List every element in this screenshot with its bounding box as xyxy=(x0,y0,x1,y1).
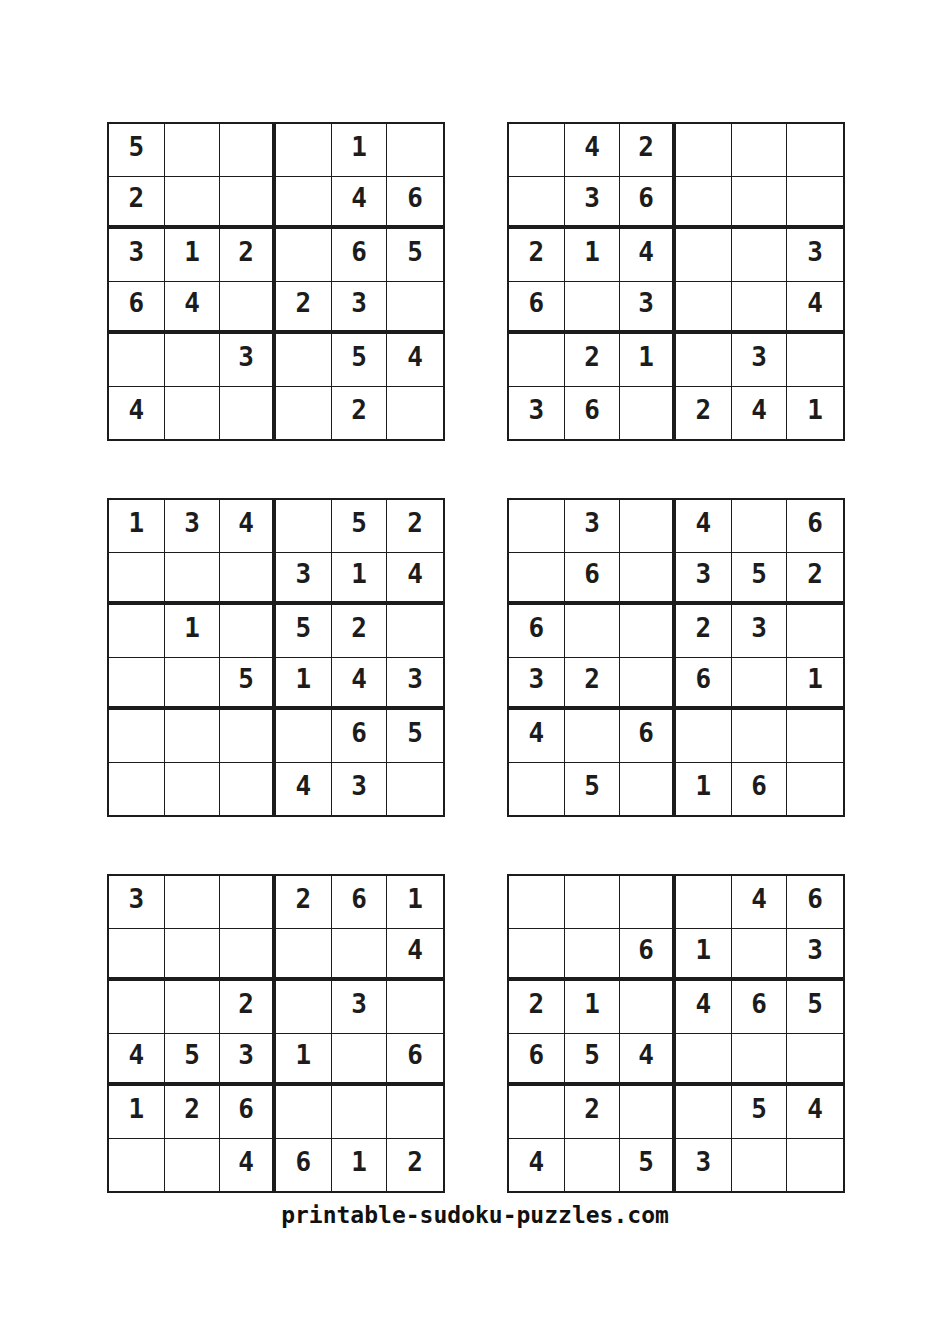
cell-r2c3: 6 xyxy=(620,929,676,982)
cell-r4c3 xyxy=(620,658,676,711)
cell-r3c5: 6 xyxy=(332,229,388,282)
cell-r1c5: 4 xyxy=(732,876,788,929)
cell-r6c2: 6 xyxy=(565,387,621,440)
cell-r2c2: 3 xyxy=(565,177,621,230)
cell-r5c6 xyxy=(787,710,843,763)
cell-r2c3 xyxy=(620,553,676,606)
cell-r6c4: 3 xyxy=(676,1139,732,1192)
cell-r3c4 xyxy=(276,981,332,1034)
cell-r4c5 xyxy=(732,658,788,711)
cell-r5c4 xyxy=(276,1086,332,1139)
cell-r6c6: 2 xyxy=(387,1139,443,1192)
cell-r2c1: 2 xyxy=(109,177,165,230)
cell-r3c5: 2 xyxy=(332,605,388,658)
cell-r4c3: 3 xyxy=(220,1034,276,1087)
cell-r3c4: 4 xyxy=(676,981,732,1034)
cell-r6c5 xyxy=(732,1139,788,1192)
cell-r5c2 xyxy=(165,334,221,387)
cell-r4c1: 6 xyxy=(509,1034,565,1087)
cell-r5c4 xyxy=(676,1086,732,1139)
cell-r1c4: 2 xyxy=(276,876,332,929)
cell-r3c6: 5 xyxy=(387,229,443,282)
cell-r2c3 xyxy=(220,929,276,982)
printable-sudoku-sheet: 5124631265642335442 4236214363421336241 … xyxy=(0,0,950,1344)
cell-r5c2: 2 xyxy=(165,1086,221,1139)
cell-r3c3: 4 xyxy=(620,229,676,282)
cell-r6c3: 4 xyxy=(220,1139,276,1192)
puzzle-4: 3466352623326146516 xyxy=(507,498,845,817)
cell-r5c4 xyxy=(276,334,332,387)
puzzle-6: 4661321465654254453 xyxy=(507,874,845,1193)
cell-r6c1: 4 xyxy=(109,387,165,440)
cell-r1c4: 4 xyxy=(676,500,732,553)
cell-r6c6 xyxy=(387,763,443,816)
cell-r2c2 xyxy=(565,929,621,982)
cell-r5c3: 6 xyxy=(620,710,676,763)
cell-r6c1: 4 xyxy=(509,1139,565,1192)
cell-r5c2 xyxy=(565,710,621,763)
cell-r1c6 xyxy=(387,124,443,177)
cell-r1c5: 6 xyxy=(332,876,388,929)
cell-r3c1: 2 xyxy=(509,981,565,1034)
cell-r1c6 xyxy=(787,124,843,177)
cell-r2c5: 4 xyxy=(332,177,388,230)
cell-r2c3: 6 xyxy=(620,177,676,230)
cell-r1c1: 3 xyxy=(109,876,165,929)
cell-r1c5 xyxy=(732,124,788,177)
cell-r5c5 xyxy=(332,1086,388,1139)
cell-r4c6: 1 xyxy=(787,658,843,711)
cell-r2c5: 5 xyxy=(732,553,788,606)
cell-r2c5 xyxy=(732,929,788,982)
cell-r1c5: 1 xyxy=(332,124,388,177)
cell-r3c2 xyxy=(565,605,621,658)
cell-r4c3 xyxy=(220,282,276,335)
puzzle-grid-layout: 5124631265642335442 4236214363421336241 … xyxy=(107,122,845,1193)
cell-r5c6: 5 xyxy=(387,710,443,763)
cell-r4c1: 3 xyxy=(509,658,565,711)
cell-r3c1: 6 xyxy=(509,605,565,658)
cell-r1c4 xyxy=(276,124,332,177)
cell-r4c6: 3 xyxy=(387,658,443,711)
cell-r4c6 xyxy=(787,1034,843,1087)
cell-r1c1 xyxy=(509,876,565,929)
cell-r2c2 xyxy=(165,177,221,230)
cell-r5c2 xyxy=(165,710,221,763)
puzzle-5: 3261423453161264612 xyxy=(107,874,445,1193)
cell-r6c6 xyxy=(387,387,443,440)
cell-r6c3 xyxy=(620,763,676,816)
cell-r2c6: 4 xyxy=(387,929,443,982)
cell-r1c4 xyxy=(276,500,332,553)
cell-r6c5: 3 xyxy=(332,763,388,816)
cell-r3c4: 2 xyxy=(676,605,732,658)
cell-r4c6: 4 xyxy=(787,282,843,335)
cell-r4c5: 4 xyxy=(332,658,388,711)
cell-r2c3 xyxy=(220,177,276,230)
cell-r6c1 xyxy=(109,763,165,816)
cell-r3c2: 1 xyxy=(165,605,221,658)
cell-r1c2: 4 xyxy=(565,124,621,177)
cell-r3c6: 3 xyxy=(787,229,843,282)
cell-r6c3: 5 xyxy=(620,1139,676,1192)
cell-r3c1: 2 xyxy=(509,229,565,282)
cell-r5c1 xyxy=(109,334,165,387)
cell-r6c3 xyxy=(220,387,276,440)
cell-r2c6: 3 xyxy=(787,929,843,982)
cell-r4c3: 3 xyxy=(620,282,676,335)
cell-r1c4 xyxy=(676,124,732,177)
cell-r4c1: 6 xyxy=(109,282,165,335)
cell-r5c1 xyxy=(509,334,565,387)
cell-r1c1: 1 xyxy=(109,500,165,553)
cell-r6c4: 6 xyxy=(276,1139,332,1192)
cell-r1c5 xyxy=(732,500,788,553)
cell-r5c4 xyxy=(276,710,332,763)
cell-r3c3 xyxy=(220,605,276,658)
cell-r2c4: 1 xyxy=(676,929,732,982)
cell-r6c5: 2 xyxy=(332,387,388,440)
cell-r6c3 xyxy=(220,763,276,816)
cell-r2c4: 3 xyxy=(276,553,332,606)
cell-r1c3 xyxy=(620,500,676,553)
cell-r2c4 xyxy=(276,177,332,230)
cell-r5c4 xyxy=(676,334,732,387)
cell-r4c3: 5 xyxy=(220,658,276,711)
cell-r5c6 xyxy=(787,334,843,387)
cell-r2c1 xyxy=(109,929,165,982)
cell-r4c1: 6 xyxy=(509,282,565,335)
cell-r2c1 xyxy=(509,929,565,982)
cell-r3c5: 3 xyxy=(332,981,388,1034)
cell-r5c3: 1 xyxy=(620,334,676,387)
cell-r6c6 xyxy=(787,763,843,816)
cell-r5c2: 2 xyxy=(565,334,621,387)
cell-r1c2 xyxy=(565,876,621,929)
cell-r3c5: 3 xyxy=(732,605,788,658)
cell-r3c3: 2 xyxy=(220,981,276,1034)
cell-r3c3: 2 xyxy=(220,229,276,282)
cell-r5c1: 1 xyxy=(109,1086,165,1139)
cell-r5c1 xyxy=(109,710,165,763)
cell-r3c6 xyxy=(387,605,443,658)
cell-r5c5: 5 xyxy=(332,334,388,387)
cell-r2c6: 6 xyxy=(387,177,443,230)
cell-r4c4: 1 xyxy=(276,658,332,711)
cell-r4c2 xyxy=(565,282,621,335)
cell-r1c3 xyxy=(220,876,276,929)
cell-r4c2: 2 xyxy=(565,658,621,711)
cell-r1c3: 4 xyxy=(220,500,276,553)
cell-r1c2 xyxy=(165,124,221,177)
cell-r6c1 xyxy=(109,1139,165,1192)
cell-r3c1 xyxy=(109,605,165,658)
cell-r2c5 xyxy=(332,929,388,982)
cell-r2c1 xyxy=(109,553,165,606)
cell-r2c5 xyxy=(732,177,788,230)
cell-r1c3: 2 xyxy=(620,124,676,177)
cell-r6c4: 2 xyxy=(676,387,732,440)
cell-r6c3 xyxy=(620,387,676,440)
cell-r6c2: 5 xyxy=(565,763,621,816)
cell-r1c3 xyxy=(220,124,276,177)
cell-r4c5 xyxy=(332,1034,388,1087)
puzzle-1: 5124631265642335442 xyxy=(107,122,445,441)
cell-r2c3 xyxy=(220,553,276,606)
cell-r1c6: 6 xyxy=(787,500,843,553)
cell-r3c4 xyxy=(676,229,732,282)
cell-r4c4: 6 xyxy=(676,658,732,711)
cell-r1c2 xyxy=(165,876,221,929)
cell-r6c2 xyxy=(165,1139,221,1192)
cell-r5c5 xyxy=(732,710,788,763)
cell-r6c2 xyxy=(565,1139,621,1192)
cell-r3c1: 3 xyxy=(109,229,165,282)
cell-r6c5: 6 xyxy=(732,763,788,816)
cell-r1c2: 3 xyxy=(165,500,221,553)
cell-r3c2: 1 xyxy=(165,229,221,282)
cell-r2c6: 2 xyxy=(787,553,843,606)
cell-r5c3: 6 xyxy=(220,1086,276,1139)
cell-r5c3 xyxy=(220,710,276,763)
cell-r5c3 xyxy=(620,1086,676,1139)
cell-r4c5 xyxy=(732,282,788,335)
cell-r2c1 xyxy=(509,177,565,230)
cell-r6c5: 1 xyxy=(332,1139,388,1192)
cell-r1c5: 5 xyxy=(332,500,388,553)
site-footer-label: printable-sudoku-puzzles.com xyxy=(0,1202,950,1228)
cell-r5c6: 4 xyxy=(387,334,443,387)
cell-r4c4 xyxy=(676,282,732,335)
cell-r6c4: 4 xyxy=(276,763,332,816)
cell-r6c6 xyxy=(787,1139,843,1192)
cell-r5c1: 4 xyxy=(509,710,565,763)
cell-r2c6: 4 xyxy=(387,553,443,606)
cell-r3c4 xyxy=(276,229,332,282)
cell-r3c3 xyxy=(620,981,676,1034)
cell-r5c4 xyxy=(676,710,732,763)
cell-r1c3 xyxy=(620,876,676,929)
puzzle-3: 1345231415251436543 xyxy=(107,498,445,817)
cell-r3c5 xyxy=(732,229,788,282)
cell-r5c5: 5 xyxy=(732,1086,788,1139)
cell-r6c2 xyxy=(165,763,221,816)
cell-r2c6 xyxy=(787,177,843,230)
cell-r2c4 xyxy=(676,177,732,230)
cell-r4c2 xyxy=(165,658,221,711)
cell-r2c5: 1 xyxy=(332,553,388,606)
cell-r3c1 xyxy=(109,981,165,1034)
cell-r5c1 xyxy=(509,1086,565,1139)
cell-r1c2: 3 xyxy=(565,500,621,553)
cell-r4c5 xyxy=(732,1034,788,1087)
cell-r3c6 xyxy=(787,605,843,658)
cell-r4c3: 4 xyxy=(620,1034,676,1087)
puzzle-2: 4236214363421336241 xyxy=(507,122,845,441)
cell-r1c6: 2 xyxy=(387,500,443,553)
cell-r5c3: 3 xyxy=(220,334,276,387)
cell-r5c6 xyxy=(387,1086,443,1139)
cell-r3c4: 5 xyxy=(276,605,332,658)
cell-r6c2 xyxy=(165,387,221,440)
cell-r1c1 xyxy=(509,124,565,177)
cell-r3c6: 5 xyxy=(787,981,843,1034)
cell-r4c5: 3 xyxy=(332,282,388,335)
cell-r2c2 xyxy=(165,553,221,606)
cell-r1c1 xyxy=(509,500,565,553)
cell-r5c5: 3 xyxy=(732,334,788,387)
cell-r2c4: 3 xyxy=(676,553,732,606)
cell-r3c3 xyxy=(620,605,676,658)
cell-r3c5: 6 xyxy=(732,981,788,1034)
cell-r4c6 xyxy=(387,282,443,335)
cell-r6c6: 1 xyxy=(787,387,843,440)
cell-r4c2: 5 xyxy=(165,1034,221,1087)
cell-r4c4: 2 xyxy=(276,282,332,335)
cell-r1c1: 5 xyxy=(109,124,165,177)
cell-r6c1 xyxy=(509,763,565,816)
cell-r2c1 xyxy=(509,553,565,606)
cell-r6c4: 1 xyxy=(676,763,732,816)
cell-r1c4 xyxy=(676,876,732,929)
cell-r5c2: 2 xyxy=(565,1086,621,1139)
cell-r4c2: 5 xyxy=(565,1034,621,1087)
cell-r4c4: 1 xyxy=(276,1034,332,1087)
cell-r4c6: 6 xyxy=(387,1034,443,1087)
cell-r3c2: 1 xyxy=(565,229,621,282)
cell-r2c2: 6 xyxy=(565,553,621,606)
cell-r6c5: 4 xyxy=(732,387,788,440)
cell-r1c6: 1 xyxy=(387,876,443,929)
cell-r3c2 xyxy=(165,981,221,1034)
cell-r3c6 xyxy=(387,981,443,1034)
cell-r5c6: 4 xyxy=(787,1086,843,1139)
cell-r3c2: 1 xyxy=(565,981,621,1034)
cell-r5c5: 6 xyxy=(332,710,388,763)
cell-r4c2: 4 xyxy=(165,282,221,335)
cell-r1c6: 6 xyxy=(787,876,843,929)
cell-r4c4 xyxy=(676,1034,732,1087)
cell-r4c1: 4 xyxy=(109,1034,165,1087)
cell-r6c4 xyxy=(276,387,332,440)
cell-r2c2 xyxy=(165,929,221,982)
cell-r2c4 xyxy=(276,929,332,982)
cell-r4c1 xyxy=(109,658,165,711)
cell-r6c1: 3 xyxy=(509,387,565,440)
